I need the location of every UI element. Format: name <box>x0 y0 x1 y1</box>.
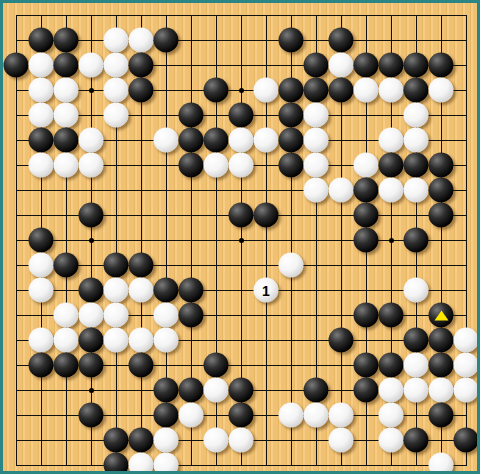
stone-black[interactable] <box>4 53 29 78</box>
stone-black[interactable] <box>204 78 229 103</box>
stone-white[interactable] <box>204 428 229 453</box>
stone-white[interactable] <box>129 278 154 303</box>
stone-white[interactable] <box>379 428 404 453</box>
stone-white[interactable] <box>129 28 154 53</box>
stone-white[interactable] <box>429 378 454 403</box>
stone-white[interactable] <box>304 128 329 153</box>
stone-white[interactable] <box>304 103 329 128</box>
stone-black[interactable] <box>379 303 404 328</box>
stone-black[interactable] <box>304 53 329 78</box>
stone-white[interactable] <box>329 403 354 428</box>
stone-black[interactable] <box>154 378 179 403</box>
stone-black[interactable] <box>29 228 54 253</box>
stone-black[interactable] <box>104 428 129 453</box>
star-point <box>239 238 244 243</box>
stone-black[interactable] <box>54 28 79 53</box>
stone-white[interactable] <box>79 153 104 178</box>
star-point <box>239 88 244 93</box>
stone-white[interactable] <box>304 178 329 203</box>
stone-white[interactable] <box>29 278 54 303</box>
stone-black[interactable] <box>429 353 454 378</box>
stone-white[interactable] <box>154 428 179 453</box>
stone-white[interactable] <box>379 128 404 153</box>
stone-black[interactable] <box>429 203 454 228</box>
stone-black[interactable] <box>354 303 379 328</box>
stone-black[interactable] <box>54 353 79 378</box>
stone-black[interactable] <box>79 328 104 353</box>
move-number-label: 1 <box>262 283 270 297</box>
stone-white[interactable] <box>454 353 479 378</box>
stone-white[interactable] <box>404 378 429 403</box>
stone-white[interactable] <box>54 103 79 128</box>
stone-white[interactable] <box>154 303 179 328</box>
stone-black[interactable] <box>154 278 179 303</box>
stone-white[interactable] <box>329 53 354 78</box>
stone-black[interactable] <box>354 178 379 203</box>
stone-white[interactable] <box>379 378 404 403</box>
star-point <box>89 388 94 393</box>
stone-white[interactable] <box>104 328 129 353</box>
stone-white[interactable] <box>29 53 54 78</box>
stone-white[interactable] <box>129 453 154 474</box>
stone-white[interactable] <box>254 128 279 153</box>
stone-black[interactable] <box>29 353 54 378</box>
stone-white[interactable] <box>404 103 429 128</box>
star-point <box>89 88 94 93</box>
stone-white[interactable] <box>404 353 429 378</box>
stone-white[interactable] <box>104 78 129 103</box>
stone-black[interactable] <box>129 428 154 453</box>
go-app-window: 1 <box>0 0 480 474</box>
stone-white[interactable] <box>354 78 379 103</box>
stone-black[interactable] <box>429 303 454 328</box>
stone-black[interactable] <box>179 378 204 403</box>
stone-white[interactable] <box>54 153 79 178</box>
stone-white[interactable] <box>104 103 129 128</box>
stone-white[interactable] <box>79 128 104 153</box>
stone-black[interactable] <box>179 153 204 178</box>
stone-black[interactable] <box>79 353 104 378</box>
stone-white[interactable] <box>54 328 79 353</box>
stone-white[interactable] <box>454 378 479 403</box>
stone-black[interactable] <box>29 28 54 53</box>
stone-white[interactable] <box>29 253 54 278</box>
stone-white[interactable] <box>404 128 429 153</box>
stone-white[interactable] <box>304 153 329 178</box>
stone-black[interactable] <box>354 203 379 228</box>
stone-white[interactable] <box>229 428 254 453</box>
stone-white[interactable] <box>104 53 129 78</box>
stone-black[interactable] <box>229 403 254 428</box>
star-point <box>389 238 394 243</box>
stone-black[interactable] <box>229 378 254 403</box>
stone-black[interactable] <box>204 353 229 378</box>
stone-black[interactable] <box>329 328 354 353</box>
stone-black[interactable] <box>129 53 154 78</box>
stone-black[interactable] <box>379 53 404 78</box>
stone-white[interactable] <box>329 178 354 203</box>
stone-black[interactable] <box>104 453 129 474</box>
stone-white[interactable] <box>229 153 254 178</box>
grid-line <box>16 465 467 466</box>
stone-black[interactable] <box>279 28 304 53</box>
stone-black[interactable] <box>329 28 354 53</box>
star-point <box>89 238 94 243</box>
stone-black[interactable] <box>179 278 204 303</box>
stone-black[interactable] <box>104 253 129 278</box>
stone-white[interactable] <box>254 78 279 103</box>
stone-black[interactable] <box>179 103 204 128</box>
stone-black[interactable] <box>279 153 304 178</box>
stone-black[interactable] <box>129 353 154 378</box>
stone-white[interactable] <box>104 303 129 328</box>
stone-white[interactable] <box>379 78 404 103</box>
stone-black[interactable] <box>229 203 254 228</box>
stone-white[interactable] <box>279 253 304 278</box>
stone-white[interactable] <box>204 378 229 403</box>
stone-white[interactable] <box>429 78 454 103</box>
stone-white[interactable] <box>29 78 54 103</box>
stone-black[interactable] <box>279 78 304 103</box>
stone-black[interactable] <box>154 403 179 428</box>
stone-white[interactable] <box>404 278 429 303</box>
stone-black[interactable] <box>354 353 379 378</box>
stone-white[interactable] <box>454 328 479 353</box>
stone-black[interactable] <box>354 53 379 78</box>
stone-white[interactable] <box>79 53 104 78</box>
stone-black[interactable] <box>129 253 154 278</box>
stone-black[interactable] <box>154 28 179 53</box>
stone-black[interactable] <box>429 403 454 428</box>
stone-black[interactable] <box>129 78 154 103</box>
stone-black[interactable] <box>79 403 104 428</box>
stone-black[interactable] <box>404 228 429 253</box>
stone-black[interactable] <box>354 378 379 403</box>
stone-white[interactable] <box>204 153 229 178</box>
stone-black[interactable] <box>404 53 429 78</box>
stone-white[interactable] <box>429 453 454 474</box>
stone-white[interactable] <box>29 103 54 128</box>
stone-black[interactable] <box>279 128 304 153</box>
stone-white[interactable] <box>104 28 129 53</box>
stone-black[interactable] <box>279 103 304 128</box>
stone-black[interactable] <box>429 328 454 353</box>
stone-black[interactable] <box>29 128 54 153</box>
stone-black[interactable] <box>379 153 404 178</box>
stone-black[interactable] <box>329 78 354 103</box>
stone-black[interactable] <box>454 428 479 453</box>
stone-white[interactable]: 1 <box>254 278 279 303</box>
stone-black[interactable] <box>254 203 279 228</box>
stone-white[interactable] <box>304 403 329 428</box>
stone-white[interactable] <box>154 328 179 353</box>
stone-white[interactable] <box>154 128 179 153</box>
stone-white[interactable] <box>404 178 429 203</box>
stone-black[interactable] <box>79 203 104 228</box>
stone-white[interactable] <box>29 153 54 178</box>
stone-black[interactable] <box>304 78 329 103</box>
stone-black[interactable] <box>429 153 454 178</box>
stone-black[interactable] <box>54 253 79 278</box>
stone-black[interactable] <box>429 178 454 203</box>
stone-white[interactable] <box>379 178 404 203</box>
stone-black[interactable] <box>54 53 79 78</box>
grid-line <box>16 265 467 266</box>
stone-white[interactable] <box>379 403 404 428</box>
stone-black[interactable] <box>429 53 454 78</box>
stone-black[interactable] <box>404 153 429 178</box>
stone-white[interactable] <box>329 428 354 453</box>
stone-white[interactable] <box>54 303 79 328</box>
go-board[interactable]: 1 <box>3 3 477 471</box>
stone-white[interactable] <box>354 153 379 178</box>
stone-black[interactable] <box>379 353 404 378</box>
triangle-marker-icon <box>434 310 448 320</box>
stone-black[interactable] <box>179 128 204 153</box>
stone-black[interactable] <box>354 228 379 253</box>
stone-black[interactable] <box>404 428 429 453</box>
stone-white[interactable] <box>279 403 304 428</box>
stone-white[interactable] <box>29 328 54 353</box>
stone-black[interactable] <box>179 303 204 328</box>
stone-white[interactable] <box>179 403 204 428</box>
stone-black[interactable] <box>54 128 79 153</box>
stone-white[interactable] <box>54 78 79 103</box>
stone-black[interactable] <box>404 78 429 103</box>
stone-white[interactable] <box>129 328 154 353</box>
stone-black[interactable] <box>229 103 254 128</box>
stone-white[interactable] <box>154 453 179 474</box>
stone-black[interactable] <box>204 128 229 153</box>
stone-black[interactable] <box>79 278 104 303</box>
stone-white[interactable] <box>79 303 104 328</box>
stone-white[interactable] <box>104 278 129 303</box>
stone-white[interactable] <box>229 128 254 153</box>
stone-black[interactable] <box>404 328 429 353</box>
stone-black[interactable] <box>304 378 329 403</box>
